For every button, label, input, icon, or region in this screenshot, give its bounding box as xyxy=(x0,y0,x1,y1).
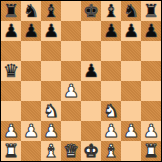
piece-black-rook[interactable]: ♜ xyxy=(143,1,159,21)
square-b7[interactable]: ♟ xyxy=(21,21,41,41)
piece-white-pawn[interactable]: ♟ xyxy=(43,121,59,141)
chess-board-wrapper: ♜♞♝♚♝♞♜♟♟♟♟♟♟♛♟♟♞♞♟♟♟♟♟♟♜♝♛♚♝♜ xyxy=(0,0,162,162)
piece-white-rook[interactable]: ♜ xyxy=(143,141,159,161)
square-h3[interactable] xyxy=(141,101,161,121)
square-b4[interactable] xyxy=(21,81,41,101)
piece-white-rook[interactable]: ♜ xyxy=(3,141,19,161)
piece-white-pawn[interactable]: ♟ xyxy=(103,121,119,141)
square-d4[interactable]: ♟ xyxy=(61,81,81,101)
piece-white-pawn[interactable]: ♟ xyxy=(63,81,79,101)
piece-white-knight[interactable]: ♞ xyxy=(103,101,119,121)
square-a6[interactable] xyxy=(1,41,21,61)
piece-white-pawn[interactable]: ♟ xyxy=(143,121,159,141)
square-a1[interactable]: ♜ xyxy=(1,141,21,161)
square-g2[interactable]: ♟ xyxy=(121,121,141,141)
square-f6[interactable] xyxy=(101,41,121,61)
square-g6[interactable] xyxy=(121,41,141,61)
piece-black-pawn[interactable]: ♟ xyxy=(23,21,39,41)
square-c4[interactable] xyxy=(41,81,61,101)
square-g3[interactable] xyxy=(121,101,141,121)
square-h7[interactable]: ♟ xyxy=(141,21,161,41)
piece-black-knight[interactable]: ♞ xyxy=(23,1,39,21)
square-b3[interactable] xyxy=(21,101,41,121)
square-e2[interactable] xyxy=(81,121,101,141)
square-e8[interactable]: ♚ xyxy=(81,1,101,21)
piece-black-pawn[interactable]: ♟ xyxy=(83,61,99,81)
square-c3[interactable]: ♞ xyxy=(41,101,61,121)
piece-white-king[interactable]: ♚ xyxy=(83,141,99,161)
piece-white-bishop[interactable]: ♝ xyxy=(103,141,119,161)
square-a3[interactable] xyxy=(1,101,21,121)
square-a8[interactable]: ♜ xyxy=(1,1,21,21)
square-d7[interactable] xyxy=(61,21,81,41)
square-b2[interactable]: ♟ xyxy=(21,121,41,141)
square-h8[interactable]: ♜ xyxy=(141,1,161,21)
square-a5[interactable]: ♛ xyxy=(1,61,21,81)
square-g8[interactable]: ♞ xyxy=(121,1,141,21)
square-e1[interactable]: ♚ xyxy=(81,141,101,161)
square-f8[interactable]: ♝ xyxy=(101,1,121,21)
square-c6[interactable] xyxy=(41,41,61,61)
square-c2[interactable]: ♟ xyxy=(41,121,61,141)
square-f4[interactable] xyxy=(101,81,121,101)
square-h1[interactable]: ♜ xyxy=(141,141,161,161)
piece-black-bishop[interactable]: ♝ xyxy=(43,1,59,21)
square-h6[interactable] xyxy=(141,41,161,61)
square-c1[interactable]: ♝ xyxy=(41,141,61,161)
square-d6[interactable] xyxy=(61,41,81,61)
square-c5[interactable] xyxy=(41,61,61,81)
square-f3[interactable]: ♞ xyxy=(101,101,121,121)
square-e5[interactable]: ♟ xyxy=(81,61,101,81)
square-a2[interactable]: ♟ xyxy=(1,121,21,141)
square-b1[interactable] xyxy=(21,141,41,161)
square-h4[interactable] xyxy=(141,81,161,101)
square-b5[interactable] xyxy=(21,61,41,81)
square-f2[interactable]: ♟ xyxy=(101,121,121,141)
square-g5[interactable] xyxy=(121,61,141,81)
square-h5[interactable] xyxy=(141,61,161,81)
piece-black-king[interactable]: ♚ xyxy=(83,1,99,21)
piece-black-pawn[interactable]: ♟ xyxy=(143,21,159,41)
piece-black-pawn[interactable]: ♟ xyxy=(123,21,139,41)
square-f7[interactable]: ♟ xyxy=(101,21,121,41)
square-d2[interactable] xyxy=(61,121,81,141)
square-f1[interactable]: ♝ xyxy=(101,141,121,161)
piece-black-pawn[interactable]: ♟ xyxy=(43,21,59,41)
square-d5[interactable] xyxy=(61,61,81,81)
square-h2[interactable]: ♟ xyxy=(141,121,161,141)
square-a4[interactable] xyxy=(1,81,21,101)
chess-board: ♜♞♝♚♝♞♜♟♟♟♟♟♟♛♟♟♞♞♟♟♟♟♟♟♜♝♛♚♝♜ xyxy=(0,0,162,162)
piece-white-bishop[interactable]: ♝ xyxy=(43,141,59,161)
square-e4[interactable] xyxy=(81,81,101,101)
square-e3[interactable] xyxy=(81,101,101,121)
piece-black-knight[interactable]: ♞ xyxy=(123,1,139,21)
piece-white-knight[interactable]: ♞ xyxy=(43,101,59,121)
square-b8[interactable]: ♞ xyxy=(21,1,41,21)
square-d1[interactable]: ♛ xyxy=(61,141,81,161)
square-g1[interactable] xyxy=(121,141,141,161)
square-e7[interactable] xyxy=(81,21,101,41)
square-f5[interactable] xyxy=(101,61,121,81)
piece-black-bishop[interactable]: ♝ xyxy=(103,1,119,21)
square-c7[interactable]: ♟ xyxy=(41,21,61,41)
piece-white-pawn[interactable]: ♟ xyxy=(3,121,19,141)
piece-white-pawn[interactable]: ♟ xyxy=(23,121,39,141)
square-g4[interactable] xyxy=(121,81,141,101)
square-g7[interactable]: ♟ xyxy=(121,21,141,41)
square-c8[interactable]: ♝ xyxy=(41,1,61,21)
piece-black-queen[interactable]: ♛ xyxy=(3,61,19,81)
piece-black-rook[interactable]: ♜ xyxy=(3,1,19,21)
piece-white-pawn[interactable]: ♟ xyxy=(123,121,139,141)
square-d3[interactable] xyxy=(61,101,81,121)
square-d8[interactable] xyxy=(61,1,81,21)
square-e6[interactable] xyxy=(81,41,101,61)
square-a7[interactable]: ♟ xyxy=(1,21,21,41)
piece-black-pawn[interactable]: ♟ xyxy=(3,21,19,41)
piece-white-queen[interactable]: ♛ xyxy=(63,141,79,161)
piece-black-pawn[interactable]: ♟ xyxy=(103,21,119,41)
square-b6[interactable] xyxy=(21,41,41,61)
